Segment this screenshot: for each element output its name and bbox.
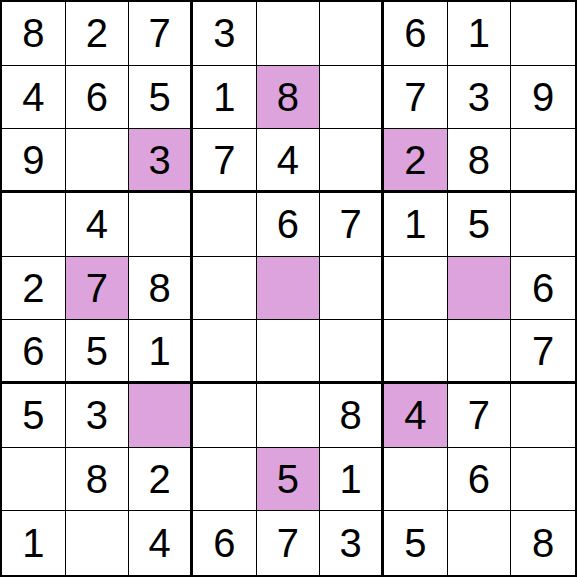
sudoku-cell-r7c3[interactable] [129,384,193,448]
sudoku-cell-r3c8[interactable]: 8 [448,129,512,193]
sudoku-cell-r9c2[interactable] [66,511,130,575]
sudoku-cell-r9c5[interactable]: 7 [257,511,321,575]
sudoku-cell-r4c1[interactable] [2,193,66,257]
sudoku-cell-r7c9[interactable] [511,384,575,448]
sudoku-cell-r4c8[interactable]: 5 [448,193,512,257]
sudoku-cell-r1c1[interactable]: 8 [2,2,66,66]
sudoku-cell-r7c2[interactable]: 3 [66,384,130,448]
sudoku-cell-r9c8[interactable] [448,511,512,575]
sudoku-cell-r4c9[interactable] [511,193,575,257]
sudoku-cell-r5c9[interactable]: 6 [511,257,575,321]
sudoku-cell-r2c3[interactable]: 5 [129,66,193,130]
sudoku-cell-r2c9[interactable]: 9 [511,66,575,130]
sudoku-cell-r8c7[interactable] [384,448,448,512]
sudoku-cell-r1c6[interactable] [320,2,384,66]
sudoku-cell-r5c3[interactable]: 8 [129,257,193,321]
sudoku-cell-r2c4[interactable]: 1 [193,66,257,130]
sudoku-cell-r8c6[interactable]: 1 [320,448,384,512]
sudoku-cell-r5c8[interactable] [448,257,512,321]
sudoku-cell-r2c8[interactable]: 3 [448,66,512,130]
sudoku-cell-r7c5[interactable] [257,384,321,448]
sudoku-cell-r8c2[interactable]: 8 [66,448,130,512]
sudoku-cell-r9c4[interactable]: 6 [193,511,257,575]
sudoku-cell-r5c7[interactable] [384,257,448,321]
sudoku-cell-r8c5[interactable]: 5 [257,448,321,512]
sudoku-cell-r2c2[interactable]: 6 [66,66,130,130]
sudoku-cell-r9c7[interactable]: 5 [384,511,448,575]
sudoku-cell-r5c4[interactable] [193,257,257,321]
sudoku-cell-r6c7[interactable] [384,320,448,384]
sudoku-cell-r9c9[interactable]: 8 [511,511,575,575]
sudoku-board: 8273614651873993742846715278665175384782… [0,0,577,577]
sudoku-cell-r6c3[interactable]: 1 [129,320,193,384]
sudoku-cell-r2c1[interactable]: 4 [2,66,66,130]
sudoku-cell-r6c4[interactable] [193,320,257,384]
sudoku-cell-r3c3[interactable]: 3 [129,129,193,193]
sudoku-cell-r1c2[interactable]: 2 [66,2,130,66]
sudoku-cell-r5c2[interactable]: 7 [66,257,130,321]
sudoku-cell-r6c5[interactable] [257,320,321,384]
sudoku-cell-r7c4[interactable] [193,384,257,448]
sudoku-cell-r6c9[interactable]: 7 [511,320,575,384]
sudoku-cell-r9c1[interactable]: 1 [2,511,66,575]
sudoku-cell-r8c3[interactable]: 2 [129,448,193,512]
sudoku-cell-r8c9[interactable] [511,448,575,512]
sudoku-cell-r1c7[interactable]: 6 [384,2,448,66]
sudoku-cell-r8c4[interactable] [193,448,257,512]
sudoku-cell-r6c6[interactable] [320,320,384,384]
sudoku-cell-r2c5[interactable]: 8 [257,66,321,130]
sudoku-cell-r5c6[interactable] [320,257,384,321]
sudoku-cell-r1c8[interactable]: 1 [448,2,512,66]
sudoku-cell-r1c5[interactable] [257,2,321,66]
sudoku-cell-r3c4[interactable]: 7 [193,129,257,193]
sudoku-cell-r9c6[interactable]: 3 [320,511,384,575]
sudoku-cell-r5c5[interactable] [257,257,321,321]
sudoku-cell-r6c8[interactable] [448,320,512,384]
sudoku-cell-r3c2[interactable] [66,129,130,193]
sudoku-cell-r7c6[interactable]: 8 [320,384,384,448]
sudoku-cell-r4c4[interactable] [193,193,257,257]
sudoku-cell-r8c1[interactable] [2,448,66,512]
sudoku-cell-r4c2[interactable]: 4 [66,193,130,257]
sudoku-cell-r5c1[interactable]: 2 [2,257,66,321]
sudoku-cell-r2c6[interactable] [320,66,384,130]
sudoku-cell-r6c1[interactable]: 6 [2,320,66,384]
sudoku-cell-r4c5[interactable]: 6 [257,193,321,257]
sudoku-cell-r7c8[interactable]: 7 [448,384,512,448]
sudoku-cell-r4c6[interactable]: 7 [320,193,384,257]
sudoku-cell-r6c2[interactable]: 5 [66,320,130,384]
sudoku-cell-r4c3[interactable] [129,193,193,257]
sudoku-cell-r7c7[interactable]: 4 [384,384,448,448]
sudoku-cell-r2c7[interactable]: 7 [384,66,448,130]
sudoku-cell-r7c1[interactable]: 5 [2,384,66,448]
sudoku-cell-r3c9[interactable] [511,129,575,193]
sudoku-cell-r9c3[interactable]: 4 [129,511,193,575]
sudoku-cell-r3c5[interactable]: 4 [257,129,321,193]
sudoku-cell-r1c3[interactable]: 7 [129,2,193,66]
sudoku-cell-r1c4[interactable]: 3 [193,2,257,66]
sudoku-cell-r8c8[interactable]: 6 [448,448,512,512]
sudoku-cell-r3c1[interactable]: 9 [2,129,66,193]
sudoku-cell-r3c7[interactable]: 2 [384,129,448,193]
sudoku-cell-r4c7[interactable]: 1 [384,193,448,257]
sudoku-cell-r1c9[interactable] [511,2,575,66]
sudoku-cell-r3c6[interactable] [320,129,384,193]
